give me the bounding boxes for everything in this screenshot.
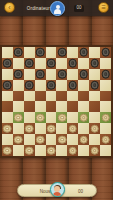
black-man[interactable]: [3, 59, 12, 68]
white-man[interactable]: [25, 124, 34, 133]
square-r6c9[interactable]: [89, 101, 100, 112]
white-man[interactable]: [3, 124, 12, 133]
square-r1c5: [46, 47, 57, 58]
square-r2c10: [100, 58, 111, 69]
black-man[interactable]: [14, 48, 23, 57]
white-man[interactable]: [101, 135, 110, 144]
white-man[interactable]: [90, 124, 99, 133]
square-r1c7: [67, 47, 78, 58]
square-r7c1: [2, 112, 13, 123]
square-r7c10[interactable]: [100, 112, 111, 123]
square-r10c3[interactable]: [24, 145, 35, 156]
square-r10c4: [35, 145, 46, 156]
white-man[interactable]: [101, 114, 110, 123]
square-r9c2[interactable]: [13, 134, 24, 145]
square-r5c6[interactable]: [56, 91, 67, 102]
opponent-name: Ordinateur: [24, 0, 50, 16]
square-r9c8[interactable]: [78, 134, 89, 145]
white-man[interactable]: [79, 135, 88, 144]
square-r6c8: [78, 101, 89, 112]
square-r10c9[interactable]: [89, 145, 100, 156]
square-r2c7[interactable]: [67, 58, 78, 69]
black-man[interactable]: [14, 70, 23, 79]
square-r2c5[interactable]: [46, 58, 57, 69]
square-r1c1: [2, 47, 13, 58]
square-r8c10: [100, 123, 111, 134]
checkers-game-screen: ‹ Ordinateur 00 ☰ Nous 00: [0, 0, 113, 200]
square-r1c10[interactable]: [100, 47, 111, 58]
square-r10c7[interactable]: [67, 145, 78, 156]
square-r2c3[interactable]: [24, 58, 35, 69]
white-man[interactable]: [36, 114, 45, 123]
square-r3c10[interactable]: [100, 69, 111, 80]
avatar-face: [54, 186, 59, 192]
square-r9c7: [67, 134, 78, 145]
player-captured-count: 00: [78, 185, 83, 198]
square-r8c8: [78, 123, 89, 134]
square-r10c2: [13, 145, 24, 156]
square-r3c2[interactable]: [13, 69, 24, 80]
square-r1c6[interactable]: [56, 47, 67, 58]
square-r1c8[interactable]: [78, 47, 89, 58]
square-r8c3[interactable]: [24, 123, 35, 134]
square-r4c10: [100, 80, 111, 91]
square-r3c8[interactable]: [78, 69, 89, 80]
white-man[interactable]: [69, 146, 78, 155]
square-r7c7: [67, 112, 78, 123]
square-r5c3: [24, 91, 35, 102]
square-r3c6[interactable]: [56, 69, 67, 80]
square-r10c8: [78, 145, 89, 156]
white-man[interactable]: [3, 146, 12, 155]
square-r5c5: [46, 91, 57, 102]
back-icon: ‹: [8, 4, 10, 11]
black-man[interactable]: [36, 48, 45, 57]
white-man[interactable]: [47, 124, 56, 133]
square-r2c1[interactable]: [2, 58, 13, 69]
square-r10c5[interactable]: [46, 145, 57, 156]
black-man[interactable]: [47, 59, 56, 68]
white-man[interactable]: [90, 146, 99, 155]
square-r4c2: [13, 80, 24, 91]
square-r8c5[interactable]: [46, 123, 57, 134]
black-man[interactable]: [90, 59, 99, 68]
square-r1c4[interactable]: [35, 47, 46, 58]
square-r5c4[interactable]: [35, 91, 46, 102]
square-r5c1: [2, 91, 13, 102]
opponent-bar: ‹ Ordinateur 00 ☰: [0, 0, 113, 16]
draughts-board: [0, 45, 113, 158]
white-man[interactable]: [58, 114, 67, 123]
black-man[interactable]: [25, 59, 34, 68]
white-man[interactable]: [14, 135, 23, 144]
square-r8c4: [35, 123, 46, 134]
square-r6c3[interactable]: [24, 101, 35, 112]
white-man[interactable]: [25, 146, 34, 155]
black-man[interactable]: [101, 70, 110, 79]
player-bar: Nous 00: [17, 184, 97, 197]
opponent-avatar[interactable]: [50, 1, 65, 16]
avatar-torso: [53, 192, 62, 197]
black-man[interactable]: [47, 81, 56, 90]
square-r7c3: [24, 112, 35, 123]
black-man[interactable]: [69, 81, 78, 90]
square-r9c9: [89, 134, 100, 145]
black-man[interactable]: [58, 48, 67, 57]
white-man[interactable]: [14, 114, 23, 123]
square-r7c8[interactable]: [78, 112, 89, 123]
white-man[interactable]: [47, 146, 56, 155]
black-man[interactable]: [79, 48, 88, 57]
square-r5c9: [89, 91, 100, 102]
square-r1c9: [89, 47, 100, 58]
square-r2c9[interactable]: [89, 58, 100, 69]
square-r9c6[interactable]: [56, 134, 67, 145]
black-man[interactable]: [101, 48, 110, 57]
square-r2c4: [35, 58, 46, 69]
white-man[interactable]: [79, 114, 88, 123]
square-r3c1: [2, 69, 13, 80]
square-r8c9[interactable]: [89, 123, 100, 134]
square-r7c2[interactable]: [13, 112, 24, 123]
square-r6c2: [13, 101, 24, 112]
square-r1c3: [24, 47, 35, 58]
square-r4c5[interactable]: [46, 80, 57, 91]
square-r4c3[interactable]: [24, 80, 35, 91]
square-r9c4[interactable]: [35, 134, 46, 145]
square-r8c6: [56, 123, 67, 134]
square-r4c4: [35, 80, 46, 91]
square-r3c7: [67, 69, 78, 80]
square-r6c7[interactable]: [67, 101, 78, 112]
menu-button[interactable]: ☰: [98, 2, 109, 13]
black-man[interactable]: [58, 70, 67, 79]
opponent-captured-count: 00: [74, 5, 84, 12]
square-r2c2: [13, 58, 24, 69]
menu-icon: ☰: [101, 5, 105, 10]
square-r8c2: [13, 123, 24, 134]
black-man[interactable]: [25, 81, 34, 90]
square-r5c2[interactable]: [13, 91, 24, 102]
square-r6c5[interactable]: [46, 101, 57, 112]
black-man[interactable]: [69, 59, 78, 68]
square-r6c1[interactable]: [2, 101, 13, 112]
black-man[interactable]: [36, 70, 45, 79]
square-r4c7[interactable]: [67, 80, 78, 91]
square-r4c9[interactable]: [89, 80, 100, 91]
square-r2c8: [78, 58, 89, 69]
square-r4c8: [78, 80, 89, 91]
white-man[interactable]: [69, 124, 78, 133]
square-r10c10: [100, 145, 111, 156]
square-r9c10[interactable]: [100, 134, 111, 145]
square-r4c6: [56, 80, 67, 91]
black-man[interactable]: [90, 81, 99, 90]
square-r7c6[interactable]: [56, 112, 67, 123]
person-icon: [56, 5, 60, 9]
square-r5c7: [67, 91, 78, 102]
square-r9c1: [2, 134, 13, 145]
black-man[interactable]: [79, 70, 88, 79]
white-man[interactable]: [36, 135, 45, 144]
player-avatar[interactable]: [50, 182, 65, 197]
square-r7c9: [89, 112, 100, 123]
square-r1c2[interactable]: [13, 47, 24, 58]
square-r6c4: [35, 101, 46, 112]
square-r8c7[interactable]: [67, 123, 78, 134]
square-r6c6: [56, 101, 67, 112]
square-r2c6: [56, 58, 67, 69]
square-r3c4[interactable]: [35, 69, 46, 80]
square-r3c5: [46, 69, 57, 80]
square-r5c10[interactable]: [100, 91, 111, 102]
square-r9c5: [46, 134, 57, 145]
square-r10c6: [56, 145, 67, 156]
back-button[interactable]: ‹: [4, 2, 15, 13]
white-man[interactable]: [58, 135, 67, 144]
square-r7c5: [46, 112, 57, 123]
square-r3c9: [89, 69, 100, 80]
square-r5c8[interactable]: [78, 91, 89, 102]
square-r6c10: [100, 101, 111, 112]
square-r4c1[interactable]: [2, 80, 13, 91]
square-r10c1[interactable]: [2, 145, 13, 156]
square-r3c3: [24, 69, 35, 80]
square-r8c1[interactable]: [2, 123, 13, 134]
square-r7c4[interactable]: [35, 112, 46, 123]
black-man[interactable]: [3, 81, 12, 90]
square-r9c3: [24, 134, 35, 145]
